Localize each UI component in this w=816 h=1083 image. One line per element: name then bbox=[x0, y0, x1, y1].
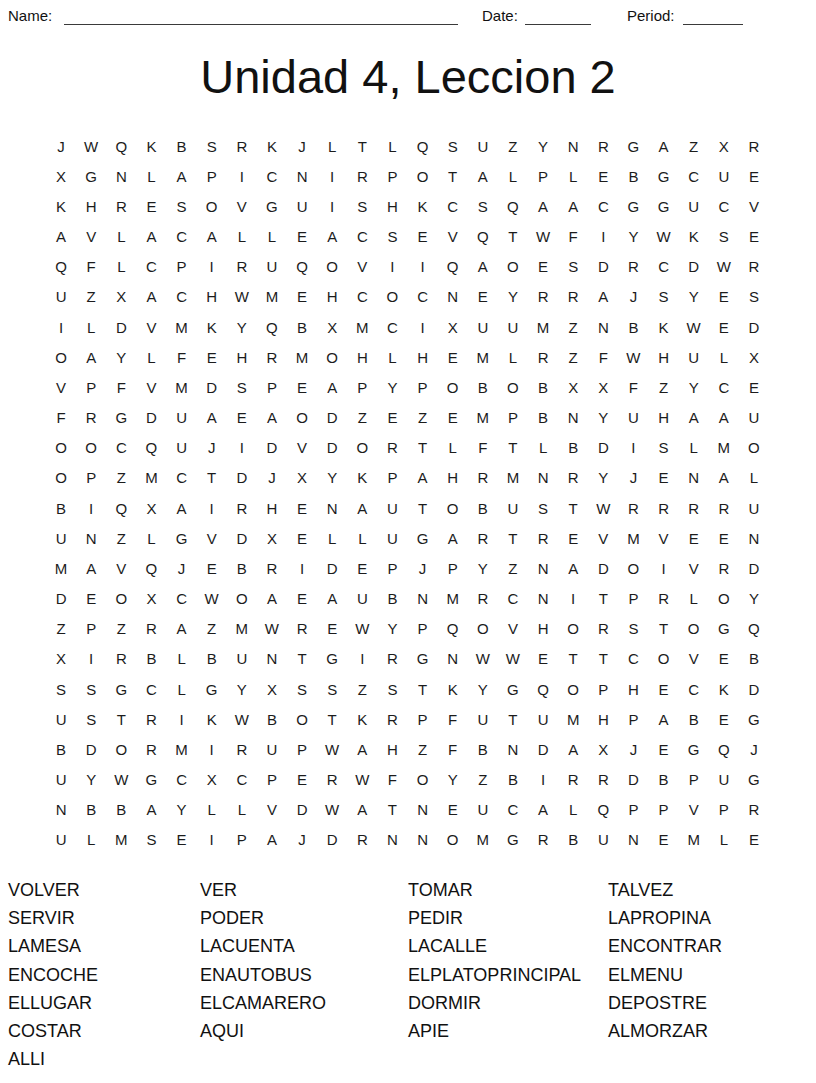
grid-cell: P bbox=[588, 674, 618, 704]
grid-cell: H bbox=[317, 282, 347, 312]
grid-cell: N bbox=[317, 493, 347, 523]
grid-cell: A bbox=[317, 583, 347, 613]
grid-cell: Z bbox=[679, 131, 709, 161]
grid-cell: E bbox=[197, 342, 227, 372]
grid-cell: U bbox=[468, 131, 498, 161]
grid-cell: Y bbox=[528, 131, 558, 161]
grid-cell: M bbox=[558, 704, 588, 734]
grid-cell: S bbox=[649, 433, 679, 463]
grid-cell: T bbox=[317, 704, 347, 734]
grid-cell: T bbox=[558, 493, 588, 523]
grid-cell: V bbox=[257, 795, 287, 825]
grid-cell: A bbox=[167, 614, 197, 644]
grid-cell: P bbox=[76, 463, 106, 493]
grid-cell: U bbox=[167, 402, 197, 432]
grid-cell: S bbox=[709, 221, 739, 251]
grid-cell: D bbox=[618, 764, 648, 794]
grid-cell: Y bbox=[227, 674, 257, 704]
grid-cell: R bbox=[528, 825, 558, 855]
grid-cell: C bbox=[649, 252, 679, 282]
period-label: Period: bbox=[627, 7, 675, 24]
grid-cell: J bbox=[618, 282, 648, 312]
grid-cell: M bbox=[468, 342, 498, 372]
grid-cell: U bbox=[498, 312, 528, 342]
grid-cell: U bbox=[287, 191, 317, 221]
grid-cell: W bbox=[468, 644, 498, 674]
grid-cell: U bbox=[468, 312, 498, 342]
grid-cell: R bbox=[257, 342, 287, 372]
grid-cell: I bbox=[317, 161, 347, 191]
grid-cell: S bbox=[377, 221, 407, 251]
grid-cell: B bbox=[46, 493, 76, 523]
grid-cell: M bbox=[468, 825, 498, 855]
grid-cell: P bbox=[679, 764, 709, 794]
grid-cell: I bbox=[197, 493, 227, 523]
grid-cell: Q bbox=[136, 433, 166, 463]
grid-cell: L bbox=[528, 433, 558, 463]
grid-cell: Z bbox=[408, 402, 438, 432]
grid-cell: E bbox=[438, 795, 468, 825]
grid-cell: R bbox=[377, 433, 407, 463]
grid-cell: X bbox=[46, 644, 76, 674]
word-list-item: TOMAR bbox=[408, 876, 581, 904]
grid-cell: S bbox=[377, 674, 407, 704]
grid-cell: P bbox=[649, 795, 679, 825]
grid-cell: R bbox=[528, 523, 558, 553]
grid-cell: F bbox=[167, 342, 197, 372]
grid-cell: K bbox=[347, 704, 377, 734]
word-list-item: DEPOSTRE bbox=[608, 989, 722, 1017]
grid-cell: S bbox=[618, 614, 648, 644]
grid-cell: D bbox=[106, 312, 136, 342]
grid-cell: P bbox=[76, 614, 106, 644]
grid-cell: S bbox=[317, 674, 347, 704]
grid-cell: Q bbox=[46, 252, 76, 282]
grid-cell: T bbox=[588, 644, 618, 674]
grid-cell: H bbox=[528, 614, 558, 644]
word-list-item: LAPROPINA bbox=[608, 904, 722, 932]
word-list-item: DORMIR bbox=[408, 989, 581, 1017]
grid-cell: P bbox=[377, 463, 407, 493]
grid-cell: T bbox=[498, 704, 528, 734]
grid-cell: J bbox=[257, 463, 287, 493]
grid-cell: X bbox=[257, 674, 287, 704]
grid-cell: N bbox=[498, 734, 528, 764]
grid-cell: E bbox=[287, 493, 317, 523]
grid-cell: P bbox=[709, 795, 739, 825]
grid-cell: P bbox=[257, 372, 287, 402]
grid-cell: O bbox=[558, 674, 588, 704]
word-bank: VOLVERSERVIRLAMESAENCOCHEELLUGARCOSTARAL… bbox=[8, 876, 808, 1076]
grid-cell: M bbox=[167, 372, 197, 402]
word-list-item: ELMENU bbox=[608, 961, 722, 989]
grid-cell: O bbox=[468, 614, 498, 644]
grid-cell: B bbox=[468, 493, 498, 523]
grid-cell: C bbox=[347, 282, 377, 312]
grid-cell: A bbox=[438, 523, 468, 553]
grid-cell: U bbox=[46, 523, 76, 553]
grid-cell: Y bbox=[588, 463, 618, 493]
grid-cell: O bbox=[227, 583, 257, 613]
grid-cell: Z bbox=[106, 523, 136, 553]
grid-cell: S bbox=[136, 825, 166, 855]
grid-cell: G bbox=[317, 644, 347, 674]
grid-cell: O bbox=[498, 252, 528, 282]
grid-cell: A bbox=[528, 191, 558, 221]
grid-cell: S bbox=[46, 674, 76, 704]
grid-cell: Y bbox=[588, 402, 618, 432]
grid-cell: M bbox=[106, 825, 136, 855]
grid-cell: Q bbox=[408, 131, 438, 161]
grid-cell: O bbox=[438, 493, 468, 523]
grid-cell: I bbox=[408, 252, 438, 282]
grid-cell: K bbox=[649, 312, 679, 342]
grid-cell: W bbox=[588, 493, 618, 523]
grid-cell: T bbox=[649, 614, 679, 644]
word-list-item: LACALLE bbox=[408, 932, 581, 960]
grid-cell: I bbox=[197, 825, 227, 855]
grid-cell: A bbox=[588, 282, 618, 312]
word-list-item: PEDIR bbox=[408, 904, 581, 932]
grid-cell: J bbox=[197, 433, 227, 463]
grid-cell: L bbox=[197, 795, 227, 825]
grid-cell: A bbox=[649, 131, 679, 161]
grid-cell: O bbox=[709, 583, 739, 613]
word-list-item: ALMORZAR bbox=[608, 1017, 722, 1045]
grid-cell: I bbox=[649, 553, 679, 583]
grid-cell: S bbox=[468, 191, 498, 221]
grid-cell: T bbox=[347, 131, 377, 161]
grid-cell: U bbox=[739, 402, 769, 432]
grid-cell: P bbox=[528, 161, 558, 191]
grid-cell: I bbox=[347, 644, 377, 674]
grid-cell: X bbox=[317, 312, 347, 342]
grid-cell: V bbox=[287, 433, 317, 463]
grid-cell: C bbox=[136, 252, 166, 282]
grid-cell: G bbox=[498, 825, 528, 855]
grid-cell: C bbox=[588, 191, 618, 221]
grid-cell: W bbox=[347, 764, 377, 794]
grid-cell: W bbox=[679, 312, 709, 342]
grid-cell: E bbox=[709, 644, 739, 674]
grid-cell: M bbox=[468, 402, 498, 432]
grid-cell: R bbox=[739, 795, 769, 825]
grid-cell: U bbox=[468, 704, 498, 734]
grid-cell: G bbox=[618, 131, 648, 161]
grid-cell: R bbox=[136, 704, 166, 734]
grid-cell: K bbox=[679, 221, 709, 251]
grid-cell: E bbox=[197, 553, 227, 583]
grid-cell: R bbox=[468, 583, 498, 613]
grid-cell: S bbox=[76, 704, 106, 734]
word-list-column: TOMARPEDIRLACALLEELPLATOPRINCIPALDORMIRA… bbox=[408, 876, 581, 1045]
grid-cell: H bbox=[257, 493, 287, 523]
grid-cell: G bbox=[739, 764, 769, 794]
period-blank-line[interactable] bbox=[683, 8, 743, 25]
grid-cell: C bbox=[167, 463, 197, 493]
grid-cell: M bbox=[227, 614, 257, 644]
word-list-item: ENCONTRAR bbox=[608, 932, 722, 960]
grid-cell: K bbox=[438, 674, 468, 704]
grid-cell: Q bbox=[106, 131, 136, 161]
grid-cell: R bbox=[136, 614, 166, 644]
grid-cell: I bbox=[46, 312, 76, 342]
grid-cell: J bbox=[618, 463, 648, 493]
grid-cell: V bbox=[46, 372, 76, 402]
page-title: Unidad 4, Leccion 2 bbox=[0, 50, 816, 104]
word-list-item: SERVIR bbox=[8, 904, 98, 932]
grid-cell: Z bbox=[197, 614, 227, 644]
grid-cell: Q bbox=[709, 734, 739, 764]
grid-cell: A bbox=[558, 191, 588, 221]
grid-cell: E bbox=[76, 583, 106, 613]
grid-cell: O bbox=[408, 764, 438, 794]
grid-cell: D bbox=[528, 734, 558, 764]
grid-cell: G bbox=[106, 674, 136, 704]
grid-cell: C bbox=[167, 764, 197, 794]
grid-cell: V bbox=[679, 644, 709, 674]
grid-cell: C bbox=[167, 583, 197, 613]
grid-cell: K bbox=[136, 131, 166, 161]
grid-cell: D bbox=[588, 433, 618, 463]
grid-cell: S bbox=[558, 252, 588, 282]
grid-cell: K bbox=[408, 191, 438, 221]
grid-cell: E bbox=[709, 523, 739, 553]
grid-cell: G bbox=[167, 523, 197, 553]
name-blank-line[interactable] bbox=[64, 8, 458, 25]
grid-cell: C bbox=[227, 764, 257, 794]
grid-cell: R bbox=[106, 644, 136, 674]
grid-cell: I bbox=[588, 221, 618, 251]
grid-cell: Y bbox=[377, 372, 407, 402]
grid-cell: N bbox=[46, 795, 76, 825]
grid-cell: V bbox=[588, 523, 618, 553]
grid-cell: E bbox=[739, 161, 769, 191]
grid-cell: U bbox=[46, 764, 76, 794]
word-list-item: ELCAMARERO bbox=[200, 989, 326, 1017]
grid-cell: P bbox=[347, 372, 377, 402]
grid-cell: J bbox=[287, 131, 317, 161]
grid-cell: E bbox=[347, 553, 377, 583]
grid-cell: B bbox=[377, 583, 407, 613]
grid-cell: E bbox=[739, 221, 769, 251]
grid-cell: P bbox=[498, 402, 528, 432]
grid-cell: R bbox=[468, 523, 498, 553]
grid-cell: O bbox=[317, 342, 347, 372]
grid-cell: R bbox=[377, 704, 407, 734]
grid-cell: M bbox=[136, 463, 166, 493]
grid-cell: L bbox=[558, 795, 588, 825]
grid-cell: O bbox=[438, 372, 468, 402]
grid-cell: Z bbox=[498, 131, 528, 161]
grid-cell: M bbox=[618, 523, 648, 553]
grid-cell: O bbox=[46, 463, 76, 493]
grid-cell: K bbox=[257, 131, 287, 161]
grid-cell: G bbox=[257, 191, 287, 221]
grid-cell: C bbox=[709, 191, 739, 221]
grid-cell: R bbox=[468, 463, 498, 493]
grid-cell: Q bbox=[136, 553, 166, 583]
grid-cell: A bbox=[136, 795, 166, 825]
word-list-item: LAMESA bbox=[8, 932, 98, 960]
word-search-grid: JWQKBSRKJLTLQSUZYNRGAZXRXGNLAPICNIRPOTAL… bbox=[46, 131, 769, 855]
grid-cell: L bbox=[317, 131, 347, 161]
grid-cell: Y bbox=[498, 282, 528, 312]
grid-cell: B bbox=[739, 644, 769, 674]
grid-cell: O bbox=[438, 825, 468, 855]
grid-cell: E bbox=[649, 674, 679, 704]
grid-cell: R bbox=[739, 131, 769, 161]
grid-cell: Q bbox=[588, 795, 618, 825]
grid-cell: X bbox=[739, 342, 769, 372]
grid-cell: R bbox=[618, 493, 648, 523]
grid-cell: R bbox=[227, 131, 257, 161]
grid-cell: V bbox=[76, 221, 106, 251]
word-list-item: LACUENTA bbox=[200, 932, 326, 960]
grid-cell: R bbox=[528, 342, 558, 372]
grid-cell: L bbox=[498, 342, 528, 372]
grid-cell: O bbox=[347, 433, 377, 463]
grid-cell: Q bbox=[468, 221, 498, 251]
grid-cell: B bbox=[618, 161, 648, 191]
grid-cell: N bbox=[588, 312, 618, 342]
grid-cell: O bbox=[46, 342, 76, 372]
grid-cell: A bbox=[468, 161, 498, 191]
grid-cell: U bbox=[377, 523, 407, 553]
grid-cell: N bbox=[408, 825, 438, 855]
grid-cell: C bbox=[679, 674, 709, 704]
grid-cell: L bbox=[227, 795, 257, 825]
grid-cell: L bbox=[377, 342, 407, 372]
word-list-item: APIE bbox=[408, 1017, 581, 1045]
grid-cell: R bbox=[558, 463, 588, 493]
grid-cell: R bbox=[377, 644, 407, 674]
grid-cell: R bbox=[227, 493, 257, 523]
grid-cell: C bbox=[408, 282, 438, 312]
grid-cell: A bbox=[46, 221, 76, 251]
grid-cell: V bbox=[136, 312, 166, 342]
grid-cell: B bbox=[46, 734, 76, 764]
grid-cell: U bbox=[46, 704, 76, 734]
grid-cell: L bbox=[76, 825, 106, 855]
grid-cell: Z bbox=[76, 282, 106, 312]
grid-cell: M bbox=[257, 282, 287, 312]
grid-cell: H bbox=[438, 463, 468, 493]
grid-cell: G bbox=[618, 191, 648, 221]
grid-cell: O bbox=[106, 734, 136, 764]
date-blank-line[interactable] bbox=[525, 8, 591, 25]
grid-cell: T bbox=[408, 674, 438, 704]
grid-cell: R bbox=[588, 764, 618, 794]
grid-cell: W bbox=[317, 734, 347, 764]
grid-cell: Z bbox=[558, 342, 588, 372]
grid-cell: B bbox=[136, 644, 166, 674]
grid-cell: U bbox=[739, 493, 769, 523]
grid-cell: H bbox=[377, 191, 407, 221]
grid-cell: O bbox=[498, 372, 528, 402]
grid-cell: P bbox=[287, 734, 317, 764]
grid-cell: R bbox=[739, 252, 769, 282]
grid-cell: P bbox=[618, 704, 648, 734]
grid-cell: T bbox=[408, 493, 438, 523]
grid-cell: A bbox=[347, 734, 377, 764]
grid-cell: R bbox=[347, 161, 377, 191]
grid-cell: S bbox=[528, 493, 558, 523]
grid-cell: N bbox=[438, 644, 468, 674]
grid-cell: W bbox=[347, 614, 377, 644]
grid-cell: X bbox=[106, 282, 136, 312]
grid-cell: E bbox=[649, 734, 679, 764]
grid-cell: A bbox=[528, 795, 558, 825]
grid-cell: G bbox=[739, 704, 769, 734]
grid-cell: Y bbox=[167, 795, 197, 825]
grid-cell: F bbox=[588, 342, 618, 372]
grid-cell: Y bbox=[468, 674, 498, 704]
grid-cell: U bbox=[679, 342, 709, 372]
grid-cell: U bbox=[46, 825, 76, 855]
grid-cell: C bbox=[618, 644, 648, 674]
grid-cell: A bbox=[257, 825, 287, 855]
grid-cell: A bbox=[709, 463, 739, 493]
grid-cell: X bbox=[709, 131, 739, 161]
grid-cell: Y bbox=[618, 221, 648, 251]
grid-cell: J bbox=[46, 131, 76, 161]
grid-cell: R bbox=[528, 282, 558, 312]
grid-cell: W bbox=[257, 614, 287, 644]
grid-cell: Q bbox=[739, 614, 769, 644]
grid-cell: A bbox=[347, 795, 377, 825]
grid-cell: G bbox=[679, 734, 709, 764]
grid-cell: D bbox=[739, 553, 769, 583]
grid-cell: W bbox=[227, 704, 257, 734]
grid-cell: D bbox=[197, 372, 227, 402]
grid-cell: O bbox=[618, 553, 648, 583]
grid-cell: L bbox=[739, 463, 769, 493]
grid-cell: O bbox=[649, 644, 679, 674]
grid-cell: L bbox=[167, 644, 197, 674]
grid-cell: G bbox=[136, 764, 166, 794]
word-list-item: ELPLATOPRINCIPAL bbox=[408, 961, 581, 989]
grid-cell: W bbox=[317, 795, 347, 825]
grid-cell: B bbox=[287, 312, 317, 342]
grid-cell: T bbox=[106, 704, 136, 734]
grid-cell: G bbox=[649, 161, 679, 191]
grid-cell: Z bbox=[106, 614, 136, 644]
grid-cell: X bbox=[558, 372, 588, 402]
grid-cell: Z bbox=[558, 312, 588, 342]
grid-cell: L bbox=[317, 523, 347, 553]
word-list-item: VOLVER bbox=[8, 876, 98, 904]
grid-cell: T bbox=[498, 433, 528, 463]
grid-cell: A bbox=[76, 342, 106, 372]
word-list-item: ENAUTOBUS bbox=[200, 961, 326, 989]
grid-cell: T bbox=[438, 161, 468, 191]
grid-cell: G bbox=[408, 523, 438, 553]
grid-cell: M bbox=[528, 312, 558, 342]
grid-cell: V bbox=[197, 523, 227, 553]
grid-cell: B bbox=[558, 825, 588, 855]
grid-cell: C bbox=[136, 674, 166, 704]
grid-cell: O bbox=[287, 402, 317, 432]
grid-cell: V bbox=[136, 372, 166, 402]
grid-cell: R bbox=[136, 734, 166, 764]
grid-cell: Z bbox=[106, 463, 136, 493]
grid-cell: N bbox=[739, 523, 769, 553]
grid-cell: F bbox=[106, 372, 136, 402]
grid-cell: A bbox=[167, 493, 197, 523]
grid-cell: P bbox=[76, 372, 106, 402]
grid-cell: E bbox=[287, 282, 317, 312]
